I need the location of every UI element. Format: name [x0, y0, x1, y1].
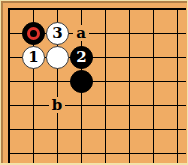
horizontal-grid-line	[8, 153, 186, 154]
white-stone: 1	[22, 46, 45, 69]
vertical-grid-line	[105, 8, 106, 163]
stone-move-number: 3	[52, 24, 62, 42]
vertical-grid-line	[153, 8, 154, 163]
vertical-grid-line	[129, 8, 130, 163]
point-label-b: b	[49, 97, 65, 113]
black-stone	[22, 22, 45, 45]
horizontal-grid-line	[8, 81, 186, 82]
white-stone	[46, 46, 69, 69]
point-label-a: a	[73, 25, 89, 41]
stone-move-number: 1	[28, 48, 38, 66]
circle-marker-icon	[27, 27, 40, 40]
black-stone	[70, 70, 93, 93]
white-stone: 3	[46, 22, 69, 45]
vertical-grid-line	[177, 8, 178, 163]
horizontal-grid-line	[8, 8, 186, 10]
horizontal-grid-line	[8, 129, 186, 130]
go-board-diagram: ab312	[0, 0, 188, 165]
vertical-grid-line	[8, 8, 10, 163]
black-stone: 2	[70, 46, 93, 69]
stone-move-number: 2	[76, 48, 86, 66]
horizontal-grid-line	[8, 105, 186, 106]
